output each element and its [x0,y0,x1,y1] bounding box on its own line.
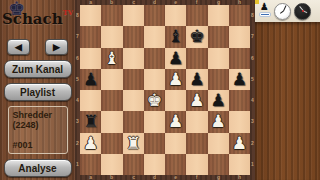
square-f3[interactable] [186,111,207,132]
square-f7[interactable]: ♚ [186,26,207,47]
white-pawn[interactable]: ♟ [83,135,98,152]
square-e1[interactable] [165,154,186,175]
square-h2[interactable]: ♟ [229,133,250,154]
rank-label: 4 [251,93,255,108]
square-a7[interactable] [80,26,101,47]
square-a1[interactable] [80,154,101,175]
black-rook[interactable]: ♜ [83,113,98,130]
rank-label: 1 [76,157,80,172]
white-bishop[interactable]: ♝ [104,50,119,67]
white-pawn[interactable]: ♟ [168,71,183,88]
square-a6[interactable] [80,48,101,69]
square-h5[interactable]: ♟ [229,69,250,90]
shredder-app-icon[interactable]: ♟ [258,2,271,20]
rank-label: 6 [76,50,80,65]
black-clock-center-pin [302,10,304,12]
square-e5[interactable]: ♟ [165,69,186,90]
square-a3[interactable]: ♜ [80,111,101,132]
square-b7[interactable] [101,26,122,47]
square-g8[interactable] [208,5,229,26]
schachtv-app-window: SchachTV ♚ ◀ ▶ Zum Kanal Playlist Shredd… [0,0,320,180]
square-b5[interactable] [101,69,122,90]
white-king[interactable]: ♚ [147,92,162,109]
square-f4[interactable]: ♟ [186,90,207,111]
black-pawn[interactable]: ♟ [168,50,183,67]
square-c2[interactable]: ♜ [123,133,144,154]
file-label: a [83,1,98,5]
white-pawn[interactable]: ♟ [189,92,204,109]
square-c6[interactable] [123,48,144,69]
square-f2[interactable] [186,133,207,154]
square-h8[interactable] [229,5,250,26]
engine-rating: (2248) [13,120,63,130]
zum-kanal-button[interactable]: Zum Kanal [4,60,72,78]
clock-strip: ♟ [255,0,320,22]
square-d7[interactable] [144,26,165,47]
left-arrow-icon: ◀ [15,42,22,52]
square-h6[interactable] [229,48,250,69]
file-label: e [168,1,183,5]
black-king[interactable]: ♚ [189,28,204,45]
file-label: f [189,1,204,5]
square-g6[interactable] [208,48,229,69]
playlist-button[interactable]: Playlist [4,83,72,101]
left-sidebar: SchachTV ♚ ◀ ▶ Zum Kanal Playlist Shredd… [0,0,75,180]
square-d6[interactable] [144,48,165,69]
rank-label: 4 [76,93,80,108]
file-label: d [147,176,162,180]
black-bishop[interactable]: ♝ [168,28,183,45]
engine-info-panel: Shredder (2248) #001 [8,106,68,154]
file-labels-bottom: abcdefgh [80,175,250,180]
engine-name: Shredder [13,110,63,120]
square-a5[interactable]: ♟ [80,69,101,90]
white-rook[interactable]: ♜ [126,135,141,152]
rank-label: 7 [251,29,255,44]
file-label: g [210,176,225,180]
square-b1[interactable] [101,154,122,175]
square-e7[interactable]: ♝ [165,26,186,47]
square-b4[interactable] [101,90,122,111]
black-pawn-icon: ♟ [260,2,269,12]
logo-chess-king-icon: ♚ [8,0,25,18]
yellow-marker [255,0,259,4]
logo-tv-superscript: TV [63,8,74,17]
square-h4[interactable] [229,90,250,111]
square-c7[interactable] [123,26,144,47]
square-g7[interactable] [208,26,229,47]
square-h1[interactable] [229,154,250,175]
app-logo: SchachTV ♚ [0,0,75,34]
rank-label: 6 [251,50,255,65]
right-wood-panel [255,22,320,180]
file-label: a [83,176,98,180]
rank-label: 3 [76,114,80,129]
square-c8[interactable] [123,5,144,26]
file-label: g [210,1,225,5]
square-d3[interactable] [144,111,165,132]
square-c3[interactable] [123,111,144,132]
black-analog-clock-icon [294,3,311,20]
black-pawn[interactable]: ♟ [211,92,226,109]
square-e8[interactable] [165,5,186,26]
square-c5[interactable] [123,69,144,90]
rank-label: 8 [251,8,255,23]
square-a2[interactable]: ♟ [80,133,101,154]
file-label: f [189,176,204,180]
file-label: h [232,1,247,5]
black-pawn[interactable]: ♟ [189,71,204,88]
square-f8[interactable] [186,5,207,26]
file-label: c [125,176,140,180]
rank-label: 3 [251,114,255,129]
square-d5[interactable] [144,69,165,90]
shredder-logo-base [259,12,271,17]
rank-label: 7 [76,29,80,44]
file-label: c [125,1,140,5]
square-b8[interactable] [101,5,122,26]
white-analog-clock-icon [274,3,291,20]
black-pawn[interactable]: ♟ [83,71,98,88]
square-d4[interactable]: ♚ [144,90,165,111]
square-d1[interactable] [144,154,165,175]
file-label: h [232,176,247,180]
black-pawn[interactable]: ♟ [232,71,247,88]
square-f6[interactable] [186,48,207,69]
file-label: d [147,1,162,5]
white-clock-hour-hand [279,11,283,14]
square-h7[interactable] [229,26,250,47]
square-f1[interactable] [186,154,207,175]
file-label: b [104,176,119,180]
square-e4[interactable] [165,90,186,111]
square-f5[interactable]: ♟ [186,69,207,90]
square-e2[interactable] [165,133,186,154]
rank-label: 8 [76,8,80,23]
rank-label: 1 [251,157,255,172]
square-d8[interactable] [144,5,165,26]
square-b6[interactable]: ♝ [101,48,122,69]
navigation-row: ◀ ▶ [0,34,75,55]
square-e6[interactable]: ♟ [165,48,186,69]
rank-label: 2 [251,135,255,150]
square-g4[interactable]: ♟ [208,90,229,111]
chess-board: abcdefgh abcdefgh 87654321 87654321 ♝♚♝♟… [75,0,255,180]
square-g2[interactable] [208,133,229,154]
next-button[interactable]: ▶ [45,39,68,55]
previous-button[interactable]: ◀ [7,39,30,55]
square-g5[interactable] [208,69,229,90]
file-label: b [104,1,119,5]
square-g3[interactable]: ♟ [208,111,229,132]
square-b3[interactable] [101,111,122,132]
rank-label: 5 [76,72,80,87]
rank-label: 2 [76,135,80,150]
white-pawn[interactable]: ♟ [168,113,183,130]
square-c1[interactable] [123,154,144,175]
square-c4[interactable] [123,90,144,111]
square-b2[interactable] [101,133,122,154]
square-e3[interactable]: ♟ [165,111,186,132]
rank-label: 5 [251,72,255,87]
square-h3[interactable] [229,111,250,132]
file-label: e [168,176,183,180]
square-a4[interactable] [80,90,101,111]
info-gap [13,131,63,140]
white-pawn[interactable]: ♟ [211,113,226,130]
right-arrow-icon: ▶ [53,42,60,52]
game-number: #001 [13,140,63,150]
analyse-button[interactable]: Analyse [4,159,72,177]
square-d2[interactable] [144,133,165,154]
board-grid: ♝♚♝♟♟♟♟♟♚♟♟♜♟♟♟♜♟ [80,5,250,175]
square-g1[interactable] [208,154,229,175]
square-a8[interactable] [80,5,101,26]
white-pawn[interactable]: ♟ [232,135,247,152]
